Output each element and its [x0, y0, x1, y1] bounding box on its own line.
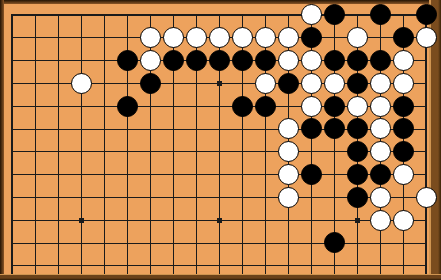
- black-stone: [347, 73, 368, 94]
- black-stone: [232, 50, 253, 71]
- white-stone: [278, 118, 299, 139]
- black-stone: [393, 27, 414, 48]
- black-stone: [140, 73, 161, 94]
- white-stone: [278, 164, 299, 185]
- black-stone: [301, 27, 322, 48]
- black-stone: [347, 187, 368, 208]
- white-stone: [209, 27, 230, 48]
- black-stone: [301, 118, 322, 139]
- stones-layer: [1, 4, 438, 278]
- white-stone: [301, 4, 322, 25]
- black-stone: [347, 50, 368, 71]
- white-stone: [370, 187, 391, 208]
- black-stone: [370, 164, 391, 185]
- white-stone: [278, 27, 299, 48]
- white-stone: [71, 73, 92, 94]
- white-stone: [301, 50, 322, 71]
- white-stone: [278, 187, 299, 208]
- black-stone: [186, 50, 207, 71]
- black-stone: [324, 232, 345, 253]
- black-stone: [347, 141, 368, 162]
- black-stone: [278, 73, 299, 94]
- black-stone: [370, 4, 391, 25]
- black-stone: [255, 50, 276, 71]
- black-stone: [416, 4, 437, 25]
- white-stone: [347, 27, 368, 48]
- go-board[interactable]: [0, 0, 441, 280]
- black-stone: [255, 96, 276, 117]
- white-stone: [278, 50, 299, 71]
- black-stone: [347, 118, 368, 139]
- black-stone: [232, 96, 253, 117]
- white-stone: [370, 210, 391, 231]
- white-stone: [370, 141, 391, 162]
- white-stone: [370, 118, 391, 139]
- black-stone: [324, 96, 345, 117]
- white-stone: [301, 96, 322, 117]
- white-stone: [163, 27, 184, 48]
- white-stone: [393, 73, 414, 94]
- white-stone: [416, 27, 437, 48]
- black-stone: [393, 118, 414, 139]
- black-stone: [209, 50, 230, 71]
- black-stone: [324, 4, 345, 25]
- black-stone: [393, 141, 414, 162]
- black-stone: [324, 118, 345, 139]
- black-stone: [301, 164, 322, 185]
- white-stone: [416, 187, 437, 208]
- white-stone: [186, 27, 207, 48]
- white-stone: [255, 73, 276, 94]
- white-stone: [324, 73, 345, 94]
- black-stone: [117, 96, 138, 117]
- white-stone: [301, 73, 322, 94]
- white-stone: [347, 96, 368, 117]
- black-stone: [370, 50, 391, 71]
- black-stone: [393, 96, 414, 117]
- white-stone: [393, 50, 414, 71]
- white-stone: [370, 96, 391, 117]
- black-stone: [324, 50, 345, 71]
- white-stone: [140, 27, 161, 48]
- white-stone: [278, 141, 299, 162]
- white-stone: [393, 210, 414, 231]
- white-stone: [232, 27, 253, 48]
- white-stone: [255, 27, 276, 48]
- white-stone: [393, 164, 414, 185]
- black-stone: [163, 50, 184, 71]
- white-stone: [140, 50, 161, 71]
- black-stone: [347, 164, 368, 185]
- white-stone: [370, 73, 391, 94]
- black-stone: [117, 50, 138, 71]
